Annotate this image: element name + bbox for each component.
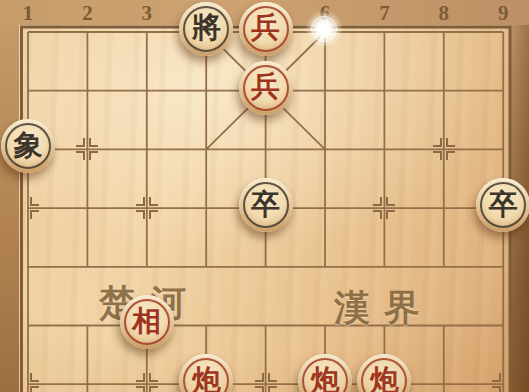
point-marker [433,138,455,160]
marker-corner [373,197,382,206]
marker-corner [149,197,158,206]
piece-label: 卒 [251,190,280,219]
marker-corner [149,373,158,382]
marker-corner [386,210,395,219]
board-stage: 123456789 楚河漢界 將兵兵象卒卒相炮炮炮 [0,0,529,392]
marker-corner [446,151,455,160]
marker-corner [255,386,264,392]
piece-black-general[interactable]: 將 [179,2,233,56]
piece-red-cannon-b[interactable]: 炮 [298,354,352,392]
piece-red-soldier-a[interactable]: 兵 [239,2,293,56]
piece-label: 將 [192,13,221,42]
marker-corner [30,197,39,206]
marker-corner [446,138,455,147]
piece-label: 炮 [310,366,339,392]
marker-corner [76,138,85,147]
marker-corner [492,386,501,392]
marker-corner [268,373,277,382]
marker-corner [149,210,158,219]
point-marker [255,373,277,392]
piece-label: 象 [14,131,43,160]
point-marker [76,138,98,160]
marker-corner [30,373,39,382]
point-marker [17,373,39,392]
point-marker [17,197,39,219]
point-marker [136,197,158,219]
move-highlight-sparkle [304,9,344,49]
marker-corner [433,138,442,147]
marker-corner [30,386,39,392]
piece-label: 相 [132,307,161,336]
piece-black-elephant[interactable]: 象 [1,119,55,173]
point-marker [373,197,395,219]
point-marker [136,373,158,392]
point-marker [492,373,514,392]
marker-corner [136,386,145,392]
marker-corner [76,151,85,160]
xiangqi-board[interactable]: 將兵兵象卒卒相炮炮炮 [0,3,529,392]
piece-label: 兵 [251,13,280,42]
piece-black-soldier-b[interactable]: 卒 [476,178,529,232]
marker-corner [386,197,395,206]
marker-corner [136,197,145,206]
piece-label: 卒 [489,190,518,219]
piece-label: 兵 [251,72,280,101]
piece-red-cannon-c[interactable]: 炮 [357,354,411,392]
piece-red-soldier-b[interactable]: 兵 [239,61,293,115]
marker-corner [433,151,442,160]
piece-black-soldier-a[interactable]: 卒 [239,178,293,232]
marker-corner [255,373,264,382]
marker-corner [492,373,501,382]
marker-corner [268,386,277,392]
marker-corner [373,210,382,219]
piece-red-cannon-a[interactable]: 炮 [179,354,233,392]
marker-corner [149,386,158,392]
marker-corner [89,138,98,147]
marker-corner [30,210,39,219]
marker-corner [136,210,145,219]
marker-corner [89,151,98,160]
piece-label: 炮 [192,366,221,392]
piece-red-elephant[interactable]: 相 [120,295,174,349]
marker-corner [136,373,145,382]
piece-label: 炮 [370,366,399,392]
